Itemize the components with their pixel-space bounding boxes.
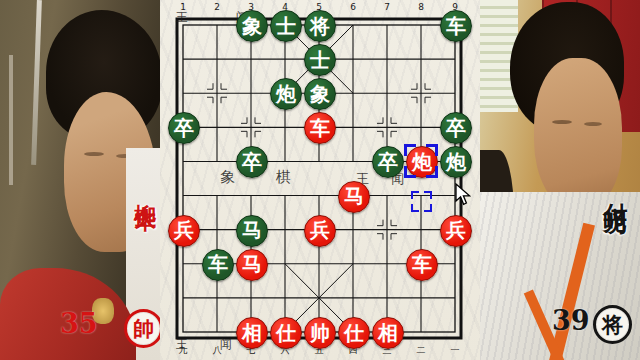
red-general-icon-char: 帥 bbox=[133, 315, 154, 343]
left-player-score: 35 bbox=[60, 308, 98, 339]
piece-red-r10c5[interactable]: 帅 bbox=[304, 317, 336, 349]
last-move-to-highlight bbox=[404, 144, 438, 178]
left-player-photo: 柳大华 35 帥 bbox=[0, 0, 160, 360]
piece-red-r10c6[interactable]: 仕 bbox=[338, 317, 370, 349]
last-move-from-highlight bbox=[411, 191, 432, 212]
watermark-bottom: 王 闻 bbox=[176, 336, 246, 353]
piece-green-r7c3[interactable]: 马 bbox=[236, 215, 268, 247]
file-number: 7 bbox=[378, 2, 396, 12]
file-number: 6 bbox=[344, 2, 362, 12]
red-general-icon: 帥 bbox=[124, 309, 160, 348]
right-player-eye-shape bbox=[552, 120, 572, 124]
piece-green-r1c4[interactable]: 士 bbox=[270, 10, 302, 42]
broadcast-frame: 柳大华 35 帥 123456789 九八七六五四三二一 王 闻 王 闻 象 棋… bbox=[0, 0, 640, 360]
piece-green-r2c5[interactable]: 士 bbox=[304, 44, 336, 76]
left-player-name: 柳大华 bbox=[130, 186, 160, 195]
xiangqi-board[interactable]: 123456789 九八七六五四三二一 王 闻 王 闻 象 棋 王 闻 象士将车… bbox=[160, 0, 480, 360]
piece-green-r1c9[interactable]: 车 bbox=[440, 10, 472, 42]
piece-red-r7c1[interactable]: 兵 bbox=[168, 215, 200, 247]
right-player-name: 付光明 bbox=[599, 184, 631, 196]
piece-red-r7c5[interactable]: 兵 bbox=[304, 215, 336, 247]
piece-red-r10c7[interactable]: 相 bbox=[372, 317, 404, 349]
piece-green-r3c5[interactable]: 象 bbox=[304, 78, 336, 110]
piece-red-r8c8[interactable]: 车 bbox=[406, 249, 438, 281]
right-player-eye-shape bbox=[584, 122, 602, 126]
mouse-cursor-icon bbox=[455, 183, 471, 206]
piece-red-r8c3[interactable]: 马 bbox=[236, 249, 268, 281]
piece-red-r7c9[interactable]: 兵 bbox=[440, 215, 472, 247]
piece-red-r10c4[interactable]: 仕 bbox=[270, 317, 302, 349]
right-player-score: 39 bbox=[552, 305, 590, 336]
piece-green-r3c4[interactable]: 炮 bbox=[270, 78, 302, 110]
right-player-photo: 付光明 39 将 bbox=[480, 0, 640, 360]
mic-stand-shape bbox=[31, 0, 42, 165]
pole-shape bbox=[9, 55, 13, 185]
piece-green-r8c2[interactable]: 车 bbox=[202, 249, 234, 281]
left-player-eye-shape bbox=[84, 152, 104, 156]
black-general-icon-char: 将 bbox=[602, 311, 623, 339]
black-general-icon: 将 bbox=[593, 305, 632, 344]
piece-green-r1c3[interactable]: 象 bbox=[236, 10, 268, 42]
piece-red-r6c6[interactable]: 马 bbox=[338, 181, 370, 213]
piece-red-r10c3[interactable]: 相 bbox=[236, 317, 268, 349]
file-cjk-label: 一 bbox=[446, 344, 464, 357]
file-cjk-label: 二 bbox=[412, 344, 430, 357]
piece-green-r1c5[interactable]: 将 bbox=[304, 10, 336, 42]
file-number: 8 bbox=[412, 2, 430, 12]
